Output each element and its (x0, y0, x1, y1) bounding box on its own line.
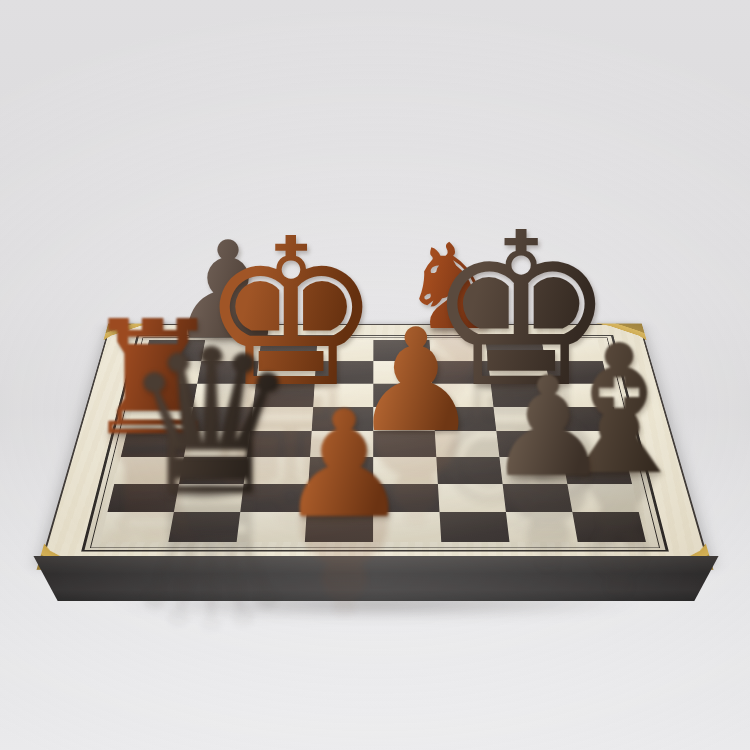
studio-scene: ♟♟♞♞♚♚♚♚♜♜♟♟♟♟♝♝♛♛♟♟ (0, 0, 750, 750)
square-h8[interactable] (572, 512, 646, 542)
board-side-edge (30, 556, 722, 601)
square-h7[interactable] (506, 512, 578, 542)
square-h6[interactable] (440, 512, 510, 542)
black-queen-g2[interactable]: ♛ (121, 323, 300, 523)
black-pawn-f7[interactable]: ♟ (486, 359, 610, 497)
white-pawn-h4[interactable]: ♟ (278, 391, 411, 539)
black-queen-g2-glyph: ♛ (121, 323, 300, 523)
white-pawn-h4-glyph: ♟ (278, 391, 411, 539)
black-pawn-f7-glyph: ♟ (486, 359, 610, 497)
